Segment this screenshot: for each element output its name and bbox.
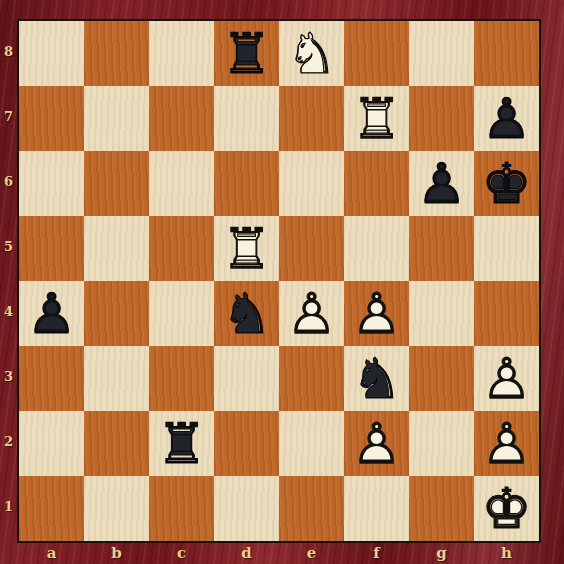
white-rook-f7[interactable]: ♜♖ [344, 86, 409, 151]
square-h5[interactable] [474, 216, 539, 281]
black-king-h6[interactable]: ♚♔ [474, 151, 539, 216]
rank-label-6: 6 [0, 151, 17, 216]
square-a7[interactable] [19, 86, 84, 151]
square-h3[interactable]: ♟♙ [474, 346, 539, 411]
square-e4[interactable]: ♟♙ [279, 281, 344, 346]
white-pawn-h3[interactable]: ♟♙ [474, 346, 539, 411]
white-knight-e8[interactable]: ♞♘ [279, 21, 344, 86]
square-d1[interactable] [214, 476, 279, 541]
square-e2[interactable] [279, 411, 344, 476]
square-c6[interactable] [149, 151, 214, 216]
square-c1[interactable] [149, 476, 214, 541]
rank-label-3: 3 [0, 346, 17, 411]
rank-labels: 87654321 [0, 21, 17, 541]
square-d4[interactable]: ♞♘ [214, 281, 279, 346]
square-c5[interactable] [149, 216, 214, 281]
file-labels: abcdefgh [19, 543, 539, 564]
square-c4[interactable] [149, 281, 214, 346]
black-knight-f3[interactable]: ♞♘ [344, 346, 409, 411]
square-h2[interactable]: ♟♙ [474, 411, 539, 476]
square-e3[interactable] [279, 346, 344, 411]
white-pawn-h2[interactable]: ♟♙ [474, 411, 539, 476]
file-label-d: d [214, 543, 279, 564]
black-pawn-h7[interactable]: ♟♙ [474, 86, 539, 151]
square-b6[interactable] [84, 151, 149, 216]
square-b7[interactable] [84, 86, 149, 151]
square-h6[interactable]: ♚♔ [474, 151, 539, 216]
black-rook-c2[interactable]: ♜♖ [149, 411, 214, 476]
square-g7[interactable] [409, 86, 474, 151]
square-a1[interactable] [19, 476, 84, 541]
square-h8[interactable] [474, 21, 539, 86]
rank-label-4: 4 [0, 281, 17, 346]
file-label-a: a [19, 543, 84, 564]
square-e8[interactable]: ♞♘ [279, 21, 344, 86]
square-d6[interactable] [214, 151, 279, 216]
square-g5[interactable] [409, 216, 474, 281]
rank-label-1: 1 [0, 476, 17, 541]
board: ♜♖♞♘♜♖♟♙♟♙♚♔♜♖♟♙♞♘♟♙♟♙♞♘♟♙♜♖♟♙♟♙♚♔ [17, 19, 541, 543]
rank-label-2: 2 [0, 411, 17, 476]
square-f2[interactable]: ♟♙ [344, 411, 409, 476]
square-b3[interactable] [84, 346, 149, 411]
square-e7[interactable] [279, 86, 344, 151]
square-g1[interactable] [409, 476, 474, 541]
rank-label-5: 5 [0, 216, 17, 281]
square-e6[interactable] [279, 151, 344, 216]
square-d5[interactable]: ♜♖ [214, 216, 279, 281]
file-label-g: g [409, 543, 474, 564]
square-g2[interactable] [409, 411, 474, 476]
square-d7[interactable] [214, 86, 279, 151]
board-grid: ♜♖♞♘♜♖♟♙♟♙♚♔♜♖♟♙♞♘♟♙♟♙♞♘♟♙♜♖♟♙♟♙♚♔ [19, 21, 539, 541]
white-pawn-e4[interactable]: ♟♙ [279, 281, 344, 346]
square-a5[interactable] [19, 216, 84, 281]
file-label-e: e [279, 543, 344, 564]
square-c8[interactable] [149, 21, 214, 86]
square-f4[interactable]: ♟♙ [344, 281, 409, 346]
white-king-h1[interactable]: ♚♔ [474, 476, 539, 541]
square-f5[interactable] [344, 216, 409, 281]
square-d2[interactable] [214, 411, 279, 476]
square-a6[interactable] [19, 151, 84, 216]
black-pawn-a4[interactable]: ♟♙ [19, 281, 84, 346]
black-pawn-g6[interactable]: ♟♙ [409, 151, 474, 216]
white-pawn-f2[interactable]: ♟♙ [344, 411, 409, 476]
file-label-b: b [84, 543, 149, 564]
square-g6[interactable]: ♟♙ [409, 151, 474, 216]
file-label-h: h [474, 543, 539, 564]
rank-label-7: 7 [0, 86, 17, 151]
square-g8[interactable] [409, 21, 474, 86]
square-e1[interactable] [279, 476, 344, 541]
white-rook-d5[interactable]: ♜♖ [214, 216, 279, 281]
square-h7[interactable]: ♟♙ [474, 86, 539, 151]
square-b2[interactable] [84, 411, 149, 476]
square-a2[interactable] [19, 411, 84, 476]
square-b1[interactable] [84, 476, 149, 541]
square-b4[interactable] [84, 281, 149, 346]
square-g4[interactable] [409, 281, 474, 346]
square-f8[interactable] [344, 21, 409, 86]
rank-label-8: 8 [0, 21, 17, 86]
square-f6[interactable] [344, 151, 409, 216]
square-h1[interactable]: ♚♔ [474, 476, 539, 541]
square-f1[interactable] [344, 476, 409, 541]
square-b8[interactable] [84, 21, 149, 86]
square-g3[interactable] [409, 346, 474, 411]
square-e5[interactable] [279, 216, 344, 281]
square-a4[interactable]: ♟♙ [19, 281, 84, 346]
square-h4[interactable] [474, 281, 539, 346]
file-label-c: c [149, 543, 214, 564]
black-rook-d8[interactable]: ♜♖ [214, 21, 279, 86]
square-c7[interactable] [149, 86, 214, 151]
file-label-f: f [344, 543, 409, 564]
square-c3[interactable] [149, 346, 214, 411]
square-f3[interactable]: ♞♘ [344, 346, 409, 411]
black-knight-d4[interactable]: ♞♘ [214, 281, 279, 346]
square-c2[interactable]: ♜♖ [149, 411, 214, 476]
square-f7[interactable]: ♜♖ [344, 86, 409, 151]
square-d8[interactable]: ♜♖ [214, 21, 279, 86]
white-pawn-f4[interactable]: ♟♙ [344, 281, 409, 346]
square-a3[interactable] [19, 346, 84, 411]
square-b5[interactable] [84, 216, 149, 281]
square-a8[interactable] [19, 21, 84, 86]
square-d3[interactable] [214, 346, 279, 411]
